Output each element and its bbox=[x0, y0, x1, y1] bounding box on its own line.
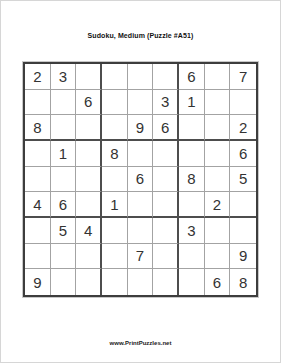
cell-r1c4[interactable] bbox=[102, 64, 128, 90]
cell-r5c7: 8 bbox=[179, 167, 205, 193]
cell-r2c9[interactable] bbox=[230, 90, 256, 116]
cell-r1c5[interactable] bbox=[128, 64, 154, 90]
cell-r4c5[interactable] bbox=[128, 141, 154, 167]
cell-r5c3[interactable] bbox=[76, 167, 102, 193]
cell-r7c6[interactable] bbox=[153, 218, 179, 244]
cell-r8c7[interactable] bbox=[179, 244, 205, 270]
cell-r8c1[interactable] bbox=[25, 244, 51, 270]
cell-r9c4[interactable] bbox=[102, 269, 128, 295]
cell-r9c9: 8 bbox=[230, 269, 256, 295]
cell-r7c4[interactable] bbox=[102, 218, 128, 244]
cell-r7c9[interactable] bbox=[230, 218, 256, 244]
cell-r7c1[interactable] bbox=[25, 218, 51, 244]
puzzle-title: Sudoku, Medium (Puzzle #A51) bbox=[1, 31, 280, 41]
cell-r1c6[interactable] bbox=[153, 64, 179, 90]
cell-r5c4[interactable] bbox=[102, 167, 128, 193]
cell-r3c5: 9 bbox=[128, 115, 154, 141]
cell-r2c5[interactable] bbox=[128, 90, 154, 116]
puzzle-page: Sudoku, Medium (Puzzle #A51) 23676318962… bbox=[0, 0, 281, 363]
cell-r4c6[interactable] bbox=[153, 141, 179, 167]
cell-r6c8: 2 bbox=[205, 192, 231, 218]
cell-r8c5: 7 bbox=[128, 244, 154, 270]
cell-r6c2: 6 bbox=[51, 192, 77, 218]
cell-r3c2[interactable] bbox=[51, 115, 77, 141]
cell-r5c1[interactable] bbox=[25, 167, 51, 193]
cell-r4c7[interactable] bbox=[179, 141, 205, 167]
cell-r3c3[interactable] bbox=[76, 115, 102, 141]
cell-r9c3[interactable] bbox=[76, 269, 102, 295]
cell-r7c7: 3 bbox=[179, 218, 205, 244]
cell-r8c6[interactable] bbox=[153, 244, 179, 270]
cell-r3c9: 2 bbox=[230, 115, 256, 141]
footer-url: www.PrintPuzzles.net bbox=[1, 339, 280, 347]
cell-r6c1: 4 bbox=[25, 192, 51, 218]
cell-r5c2[interactable] bbox=[51, 167, 77, 193]
cell-r3c8[interactable] bbox=[205, 115, 231, 141]
cell-r2c3: 6 bbox=[76, 90, 102, 116]
cell-r3c7[interactable] bbox=[179, 115, 205, 141]
cell-r3c1: 8 bbox=[25, 115, 51, 141]
cell-r4c4: 8 bbox=[102, 141, 128, 167]
cell-r2c1[interactable] bbox=[25, 90, 51, 116]
cell-r9c2[interactable] bbox=[51, 269, 77, 295]
cell-r9c1: 9 bbox=[25, 269, 51, 295]
cell-r7c5[interactable] bbox=[128, 218, 154, 244]
cell-r5c5: 6 bbox=[128, 167, 154, 193]
cell-r7c8[interactable] bbox=[205, 218, 231, 244]
cell-r8c8[interactable] bbox=[205, 244, 231, 270]
cell-r1c1: 2 bbox=[25, 64, 51, 90]
cell-r6c9[interactable] bbox=[230, 192, 256, 218]
sudoku-grid: 23676318962186685461254379968 bbox=[23, 62, 258, 297]
cell-r3c6: 6 bbox=[153, 115, 179, 141]
cell-r1c2: 3 bbox=[51, 64, 77, 90]
cell-r8c4[interactable] bbox=[102, 244, 128, 270]
cell-r7c2: 5 bbox=[51, 218, 77, 244]
cell-r4c3[interactable] bbox=[76, 141, 102, 167]
cell-r9c5[interactable] bbox=[128, 269, 154, 295]
cell-r6c6[interactable] bbox=[153, 192, 179, 218]
cell-r4c2: 1 bbox=[51, 141, 77, 167]
cell-r2c6: 3 bbox=[153, 90, 179, 116]
cell-r1c8[interactable] bbox=[205, 64, 231, 90]
cell-r6c4: 1 bbox=[102, 192, 128, 218]
cell-r6c7[interactable] bbox=[179, 192, 205, 218]
cell-r6c5[interactable] bbox=[128, 192, 154, 218]
cell-r9c7[interactable] bbox=[179, 269, 205, 295]
cell-r9c8: 6 bbox=[205, 269, 231, 295]
cell-r9c6[interactable] bbox=[153, 269, 179, 295]
cell-r8c3[interactable] bbox=[76, 244, 102, 270]
cell-r4c9: 6 bbox=[230, 141, 256, 167]
cell-r6c3[interactable] bbox=[76, 192, 102, 218]
cell-r3c4[interactable] bbox=[102, 115, 128, 141]
cell-r8c9: 9 bbox=[230, 244, 256, 270]
cell-r1c9: 7 bbox=[230, 64, 256, 90]
cell-r2c4[interactable] bbox=[102, 90, 128, 116]
cell-r1c3[interactable] bbox=[76, 64, 102, 90]
cell-r5c6[interactable] bbox=[153, 167, 179, 193]
cell-r5c9: 5 bbox=[230, 167, 256, 193]
cell-r4c1[interactable] bbox=[25, 141, 51, 167]
cell-r2c2[interactable] bbox=[51, 90, 77, 116]
cell-r5c8[interactable] bbox=[205, 167, 231, 193]
cell-r7c3: 4 bbox=[76, 218, 102, 244]
cell-r4c8[interactable] bbox=[205, 141, 231, 167]
cell-r2c8[interactable] bbox=[205, 90, 231, 116]
cell-r2c7: 1 bbox=[179, 90, 205, 116]
cell-r8c2[interactable] bbox=[51, 244, 77, 270]
cell-r1c7: 6 bbox=[179, 64, 205, 90]
